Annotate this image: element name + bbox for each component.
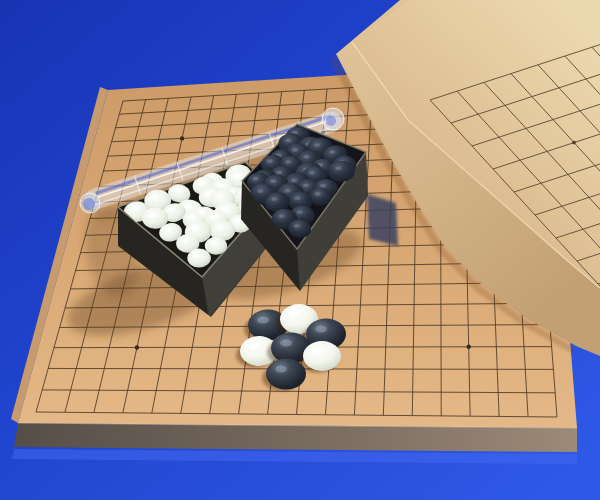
pile-stone-glint (173, 189, 179, 193)
pile-stone-glint (271, 197, 277, 201)
pile-stone-glint (205, 192, 211, 196)
pile-stone-glint (278, 214, 284, 218)
pile-stone-glint (131, 207, 137, 211)
pile-stone-glint (217, 183, 223, 187)
stone-highlight (275, 366, 287, 373)
stone-highlight (249, 343, 259, 349)
stone-black (266, 359, 306, 390)
pile-stone-glint (257, 189, 263, 193)
pile-stone-glint (270, 179, 276, 183)
pile-stone-glint (309, 171, 315, 175)
pile-stone-glint (216, 226, 222, 230)
lid-end-tab-tint (83, 198, 95, 210)
pile-stone-glint (182, 239, 188, 243)
pile-stone-glint (193, 253, 199, 257)
star-point (135, 345, 139, 349)
stone-white (303, 341, 341, 371)
pile-stone-glint (253, 177, 259, 181)
pile-stone-glint (168, 208, 174, 212)
star-point (180, 136, 184, 140)
pile-stone-glint (192, 227, 198, 231)
pile-stone-glint (285, 139, 291, 143)
pile-stone-glint (234, 219, 240, 223)
stone-highlight (312, 348, 322, 354)
star-point (466, 345, 470, 349)
pile-stone-glint (303, 155, 309, 159)
pile-stone-glint (149, 213, 155, 217)
pile-stone-glint (165, 227, 171, 231)
lid-hinge-cap-tint (326, 116, 336, 126)
pile-stone-glint (233, 174, 239, 178)
go-set-photo (0, 0, 600, 500)
pile-stone-glint (210, 215, 216, 219)
pile-stone-glint (285, 189, 291, 193)
pile-stone-glint (335, 167, 341, 171)
pile-stone-glint (294, 196, 300, 200)
pile-stone-glint (198, 181, 204, 185)
stone-highlight (257, 317, 269, 324)
pile-stone-glint (222, 208, 228, 212)
pile-stone-glint (314, 143, 320, 147)
pile-stone-glint (152, 196, 158, 200)
pile-stone-glint (267, 159, 273, 163)
pile-stone-glint (315, 192, 321, 196)
stone-highlight (315, 326, 327, 333)
pile-stone-glint (210, 241, 216, 245)
pile-stone-glint (297, 210, 303, 214)
pile-stone-glint (329, 150, 335, 154)
standing-star-point (572, 141, 576, 145)
pile-stone-glint (303, 184, 309, 188)
pile-stone-glint (291, 179, 297, 183)
pile-stone-glint (294, 224, 300, 228)
pile-stone-glint (276, 171, 282, 175)
pile-stone-glint (188, 216, 194, 220)
stone-highlight (289, 311, 299, 317)
pile-stone-glint (320, 184, 326, 188)
scene-art (0, 0, 600, 500)
pile-stone-glint (285, 160, 291, 164)
pile-stone-glint (216, 195, 222, 199)
stone-highlight (280, 340, 292, 347)
pile-stone-glint (292, 148, 298, 152)
